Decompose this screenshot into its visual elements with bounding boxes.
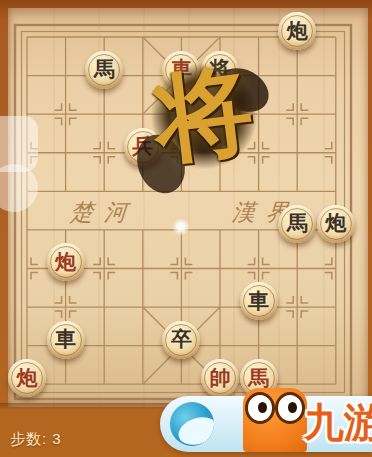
piece-black-soldier[interactable]: 卒: [162, 321, 200, 359]
piece-glyph: 馬: [287, 213, 308, 234]
piece-glyph: 車: [248, 291, 269, 312]
piece-glyph: 車: [55, 329, 76, 350]
piece-red-cannon[interactable]: 炮: [47, 243, 85, 281]
piece-glyph: 炮: [17, 368, 38, 389]
piece-glyph: 馬: [94, 59, 115, 80]
piece-black-cannon[interactable]: 炮: [317, 205, 355, 243]
piece-glyph: 将: [210, 59, 231, 80]
piece-glyph: 炮: [287, 21, 308, 42]
piece-glyph: 炮: [55, 252, 76, 273]
piece-red-chariot[interactable]: 車: [162, 51, 200, 89]
move-counter: 步数: 3: [10, 430, 62, 449]
mascot-eye-icon: [275, 392, 305, 424]
piece-black-horse[interactable]: 馬: [85, 51, 123, 89]
piece-glyph: 帥: [210, 368, 231, 389]
piece-glyph: 士: [210, 98, 231, 119]
piece-black-chariot[interactable]: 車: [47, 321, 85, 359]
watermark-text: 九游: [304, 399, 372, 447]
piece-red-general[interactable]: 帥: [201, 359, 239, 397]
piece-black-general[interactable]: 将: [201, 51, 239, 89]
mascot-eye-icon: [245, 392, 275, 424]
river-label-left: 楚河: [69, 197, 139, 228]
piece-black-advisor[interactable]: 士: [201, 89, 239, 127]
piece-red-cannon[interactable]: 炮: [8, 359, 46, 397]
watermark-swirl-icon: [170, 402, 214, 446]
piece-glyph: 馬: [248, 368, 269, 389]
watermark-mascot-icon: [243, 388, 307, 452]
piece-glyph: 卒: [171, 329, 192, 350]
piece-black-cannon[interactable]: 炮: [278, 12, 316, 50]
move-counter-value: 3: [52, 430, 61, 447]
sparkle-effect-icon: [172, 218, 190, 236]
piece-black-chariot[interactable]: 車: [240, 282, 278, 320]
piece-glyph: 兵: [132, 136, 153, 157]
piece-black-horse[interactable]: 馬: [278, 205, 316, 243]
game-screen: 楚河 漢界 炮馬車将士兵馬炮炮車車卒炮帥馬 将 步数: 3 九游: [0, 0, 372, 457]
piece-glyph: 車: [171, 59, 192, 80]
move-counter-label: 步数:: [10, 430, 47, 447]
piece-red-soldier[interactable]: 兵: [124, 128, 162, 166]
piece-glyph: 炮: [325, 213, 346, 234]
